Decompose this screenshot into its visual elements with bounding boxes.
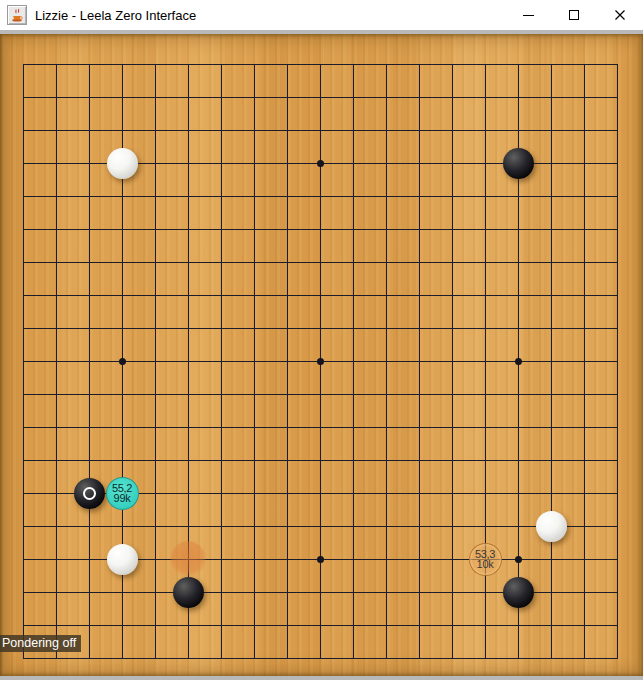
stone-black-Q3: ● — [503, 577, 534, 608]
hoshi-point — [317, 358, 324, 365]
stone-black-F3: ● — [173, 577, 204, 608]
hoshi-point — [119, 358, 126, 365]
stone-white-D4: ○ — [107, 544, 138, 575]
window-title: Lizzie - Leela Zero Interface — [35, 8, 196, 23]
stone-black-C6: ● — [74, 478, 105, 509]
window-content: Pondering off ●●●●○○○55,299k53,310k — [0, 30, 643, 680]
maximize-icon — [569, 10, 579, 20]
maximize-button[interactable] — [551, 0, 597, 30]
hoshi-point — [317, 556, 324, 563]
hoshi-point — [515, 556, 522, 563]
pondering-status: Pondering off — [0, 635, 81, 652]
suggestion-visits: 99k — [114, 493, 131, 504]
stone-white-R5: ○ — [536, 511, 567, 542]
hoshi-point — [317, 160, 324, 167]
stone-black-Q16: ● — [503, 148, 534, 179]
suggestion-candidate-P4[interactable]: 53,310k — [469, 543, 502, 576]
coffee-cup-icon — [10, 8, 25, 23]
minimize-button[interactable] — [505, 0, 551, 30]
lizzie-window: Lizzie - Leela Zero Interface Pondering … — [0, 0, 643, 680]
last-move-marker — [83, 487, 96, 500]
suggestion-best-D6[interactable]: 55,299k — [106, 477, 139, 510]
hoshi-point — [515, 358, 522, 365]
java-app-icon — [7, 5, 27, 25]
close-icon — [614, 9, 626, 21]
titlebar: Lizzie - Leela Zero Interface — [0, 0, 643, 30]
suggestion-ghost-F4[interactable] — [170, 541, 206, 577]
suggestion-visits: 10k — [477, 559, 494, 570]
goban[interactable]: Pondering off ●●●●○○○55,299k53,310k — [0, 34, 643, 676]
minimize-icon — [523, 15, 534, 16]
close-button[interactable] — [597, 0, 643, 30]
stone-white-D16: ○ — [107, 148, 138, 179]
